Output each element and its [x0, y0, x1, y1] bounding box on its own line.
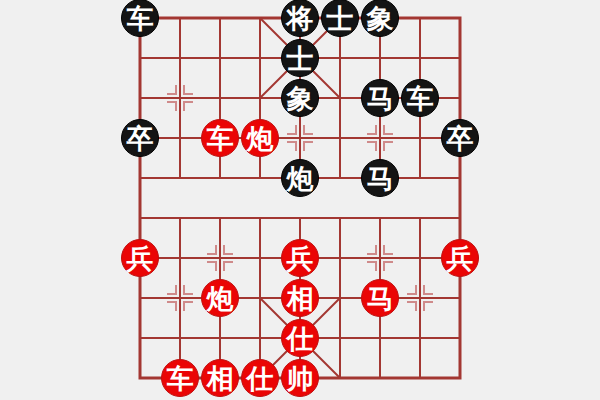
- piece-red-pawn[interactable]: 兵: [441, 239, 479, 277]
- piece-red-cannon[interactable]: 炮: [201, 279, 239, 317]
- piece-red-advisor[interactable]: 仕: [241, 359, 279, 397]
- piece-black-horse[interactable]: 马: [361, 79, 399, 117]
- piece-black-general[interactable]: 将: [281, 0, 319, 37]
- piece-black-horse[interactable]: 马: [361, 159, 399, 197]
- piece-red-chariot[interactable]: 车: [161, 359, 199, 397]
- piece-red-pawn[interactable]: 兵: [281, 239, 319, 277]
- xiangqi-board-area: 车将士象士象马车卒车炮卒炮马兵兵兵炮相马仕车相仕帅: [0, 0, 600, 400]
- piece-red-horse[interactable]: 马: [361, 279, 399, 317]
- piece-black-chariot[interactable]: 车: [401, 79, 439, 117]
- piece-black-advisor[interactable]: 士: [321, 0, 359, 37]
- piece-black-elephant[interactable]: 象: [361, 0, 399, 37]
- piece-red-elephant[interactable]: 相: [281, 279, 319, 317]
- piece-black-chariot[interactable]: 车: [121, 0, 159, 37]
- piece-red-elephant[interactable]: 相: [201, 359, 239, 397]
- piece-black-advisor[interactable]: 士: [281, 39, 319, 77]
- piece-red-advisor[interactable]: 仕: [281, 319, 319, 357]
- piece-black-pawn[interactable]: 卒: [121, 119, 159, 157]
- piece-red-cannon[interactable]: 炮: [241, 119, 279, 157]
- xiangqi-board[interactable]: 车将士象士象马车卒车炮卒炮马兵兵兵炮相马仕车相仕帅: [120, 0, 480, 398]
- piece-black-cannon[interactable]: 炮: [281, 159, 319, 197]
- piece-red-general[interactable]: 帅: [281, 359, 319, 397]
- piece-black-pawn[interactable]: 卒: [441, 119, 479, 157]
- piece-red-pawn[interactable]: 兵: [121, 239, 159, 277]
- piece-red-chariot[interactable]: 车: [201, 119, 239, 157]
- piece-black-elephant[interactable]: 象: [281, 79, 319, 117]
- screen: 车将士象士象马车卒车炮卒炮马兵兵兵炮相马仕车相仕帅: [0, 0, 600, 400]
